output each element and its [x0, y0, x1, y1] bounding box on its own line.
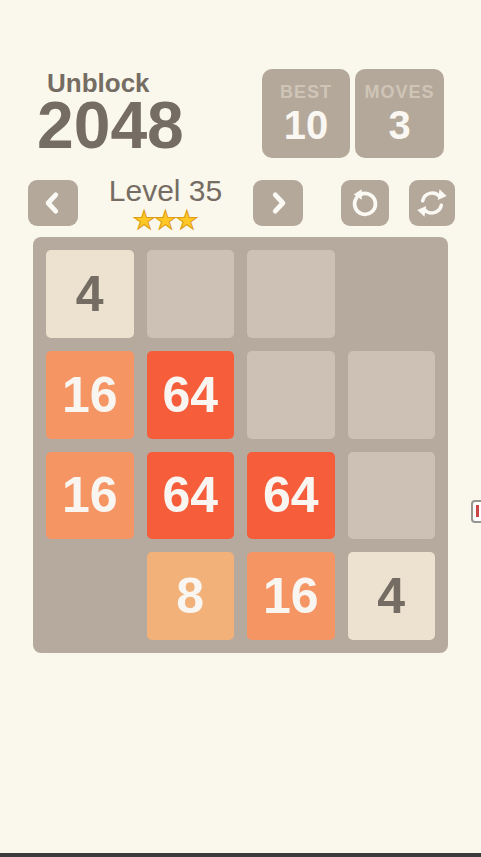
tile-64-r3c3: 64 [247, 452, 335, 540]
undo-icon [348, 186, 382, 220]
chevron-left-icon [40, 190, 66, 216]
tile-8-r4c2: 8 [147, 552, 235, 640]
tile-16-r2c1: 16 [46, 351, 134, 439]
best-score-value: 10 [284, 105, 329, 145]
board-grid: 416641664648164 [46, 250, 435, 640]
best-score-label: BEST [280, 82, 332, 103]
board[interactable]: 416641664648164 [33, 237, 448, 653]
star-rating: ★★★ [78, 207, 253, 234]
tile-16-r4c3: 16 [247, 552, 335, 640]
restart-icon [416, 187, 448, 219]
moves-box: MOVES 3 [355, 69, 444, 158]
screen: Unblock 2048 BEST 10 MOVES 3 Level 35 ★★… [0, 0, 481, 857]
star-icon: ★ [154, 207, 177, 233]
prev-level-button[interactable] [28, 180, 78, 226]
tile-64-r2c2: 64 [147, 351, 235, 439]
tile-16-r3c1: 16 [46, 452, 134, 540]
bottom-bar [0, 853, 481, 857]
tile-64-r3c2: 64 [147, 452, 235, 540]
empty-cell-r3c4 [348, 452, 436, 540]
level-indicator: Level 35 ★★★ [78, 176, 253, 234]
restart-button[interactable] [409, 180, 455, 226]
next-level-button[interactable] [253, 180, 303, 226]
moves-value: 3 [388, 105, 410, 145]
undo-button[interactable] [341, 180, 389, 226]
tile-4-r1c1: 4 [46, 250, 134, 338]
best-score-box: BEST 10 [262, 69, 350, 158]
blocked-cell-r4c1 [46, 552, 134, 640]
empty-cell-r1c2 [147, 250, 235, 338]
star-icon: ★ [133, 207, 156, 233]
moves-label: MOVES [364, 82, 434, 103]
side-widget[interactable] [471, 500, 481, 523]
chevron-right-icon [265, 190, 291, 216]
empty-cell-r2c3 [247, 351, 335, 439]
star-icon: ★ [175, 207, 198, 233]
level-label: Level 35 [78, 176, 253, 206]
red-mark [476, 505, 479, 517]
empty-cell-r1c3 [247, 250, 335, 338]
tile-4-r4c4: 4 [348, 552, 436, 640]
blocked-cell-r1c4 [348, 250, 436, 338]
empty-cell-r2c4 [348, 351, 436, 439]
app-title-line2: 2048 [37, 92, 184, 158]
